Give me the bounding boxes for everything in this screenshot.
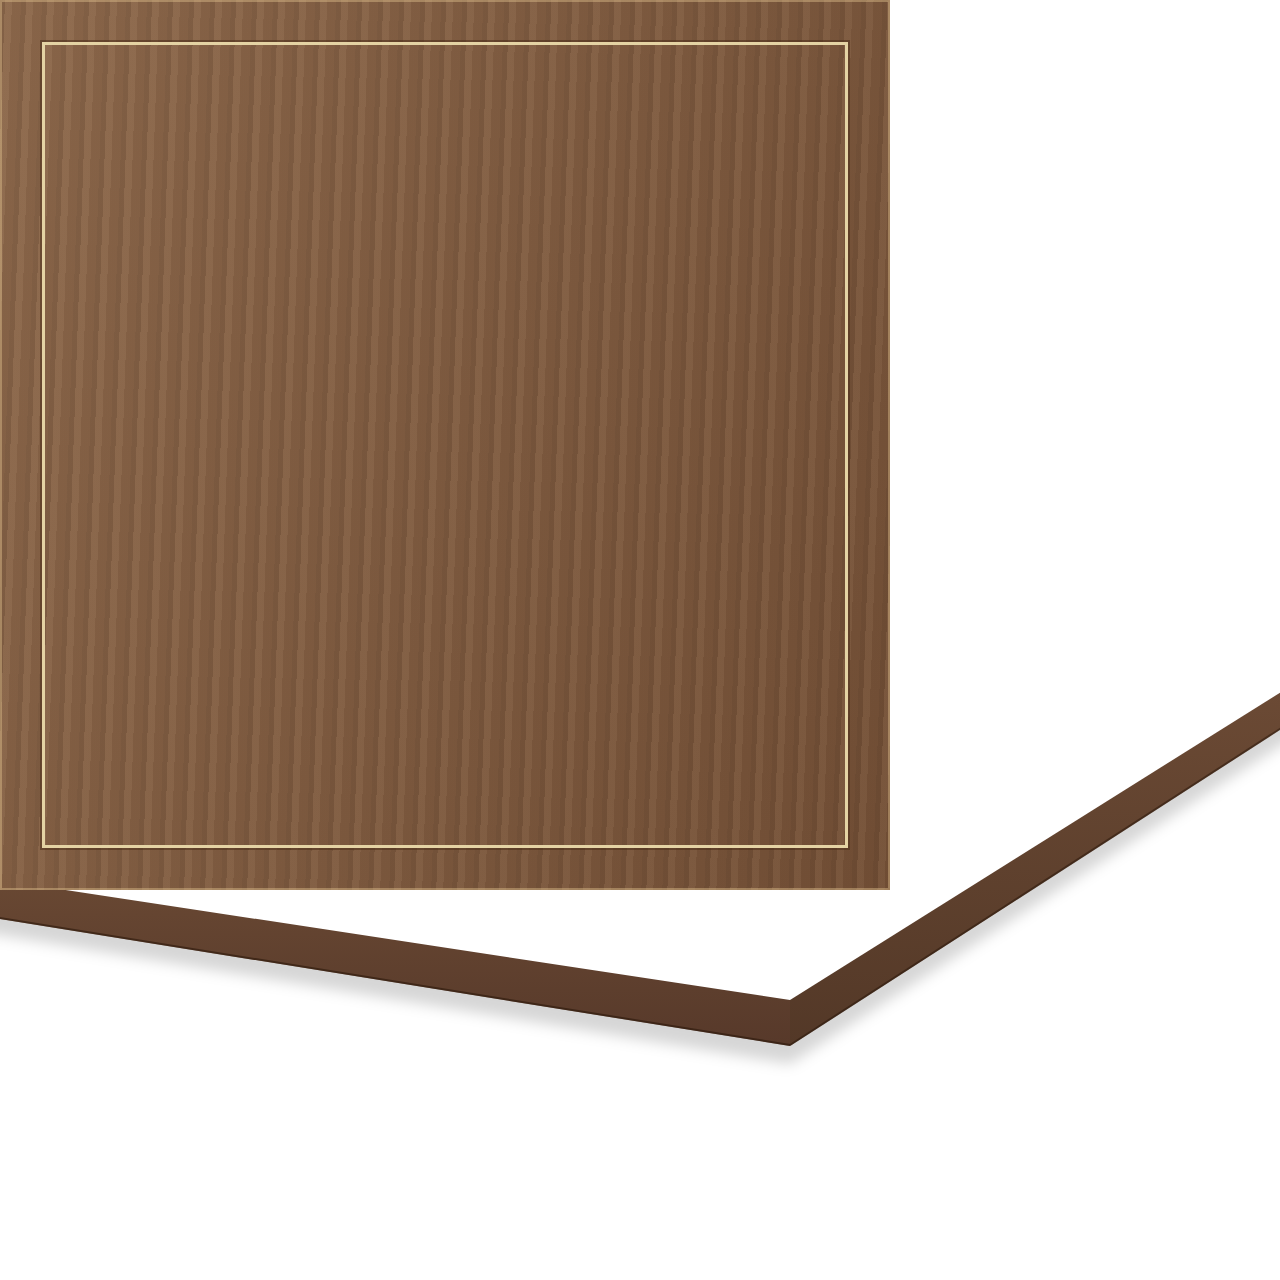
chess-board xyxy=(0,0,890,890)
chess-set-photo-scene xyxy=(0,0,1280,1280)
board-playing-area xyxy=(45,45,845,845)
